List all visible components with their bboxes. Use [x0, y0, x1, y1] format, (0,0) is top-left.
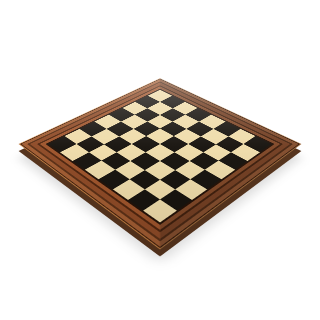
chess-board [19, 78, 302, 249]
photo-background [0, 0, 320, 320]
